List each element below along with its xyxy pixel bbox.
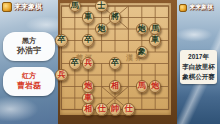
- piece-red-炮[interactable]: 炮: [82, 80, 94, 92]
- app-logo-text: 来来象棋: [189, 3, 213, 12]
- event-cup: 李白故里杯: [182, 62, 215, 72]
- black-player-name: 孙浩宇: [17, 46, 41, 56]
- event-info-box: 2017年 李白故里杯 象棋公开赛: [180, 50, 217, 84]
- piece-black-卒[interactable]: 卒: [55, 34, 67, 46]
- app-logo-icon: [179, 4, 187, 12]
- piece-red-仕[interactable]: 仕: [95, 103, 107, 115]
- piece-red-相[interactable]: 相: [82, 103, 94, 115]
- piece-red-兵[interactable]: 兵: [55, 69, 67, 81]
- piece-red-兵[interactable]: 兵: [82, 57, 94, 69]
- game-screen: 来来象棋 黑方 孙浩宇 红方 曹岩磊 楚河 漢界 馬士車將炮炮馬卒卒車象卒卒兵兵…: [0, 0, 220, 124]
- piece-black-卒[interactable]: 卒: [109, 57, 121, 69]
- piece-red-仕[interactable]: 仕: [122, 103, 134, 115]
- piece-black-將[interactable]: 將: [109, 11, 121, 23]
- app-logo-text: 来来象棋: [14, 2, 42, 12]
- piece-black-卒[interactable]: 卒: [69, 57, 81, 69]
- black-player-bubble: 黑方 孙浩宇: [3, 32, 55, 61]
- piece-black-士[interactable]: 士: [95, 0, 107, 12]
- piece-black-車[interactable]: 車: [149, 34, 161, 46]
- piece-red-帥[interactable]: 帥: [109, 103, 121, 115]
- piece-red-馬[interactable]: 馬: [136, 80, 148, 92]
- piece-black-卒[interactable]: 卒: [82, 34, 94, 46]
- red-player-bubble: 红方 曹岩磊: [3, 67, 55, 96]
- app-logo-small: 来来象棋: [179, 3, 213, 12]
- piece-red-相[interactable]: 相: [109, 80, 121, 92]
- xiangqi-board[interactable]: 楚河 漢界 馬士車將炮炮馬卒卒車象卒卒兵兵炮相馬炮車相仕帥仕: [58, 0, 177, 124]
- app-logo: 来来象棋: [2, 2, 42, 12]
- right-photo-panel: 来来象棋 2017年 李白故里杯 象棋公开赛: [177, 0, 220, 124]
- piece-black-炮[interactable]: 炮: [95, 23, 107, 35]
- red-side-label: 红方: [22, 72, 36, 81]
- piece-black-車[interactable]: 車: [82, 11, 94, 23]
- left-photo-panel: 来来象棋 黑方 孙浩宇 红方 曹岩磊: [0, 0, 58, 124]
- black-side-label: 黑方: [22, 37, 36, 46]
- piece-black-炮[interactable]: 炮: [136, 23, 148, 35]
- app-logo-icon: [2, 2, 12, 12]
- board-surface[interactable]: 楚河 漢界 馬士車將炮炮馬卒卒車象卒卒兵兵炮相馬炮車相仕帥仕: [60, 3, 171, 115]
- red-player-name: 曹岩磊: [17, 81, 41, 91]
- piece-black-象[interactable]: 象: [136, 46, 148, 58]
- event-name: 象棋公开赛: [182, 72, 215, 82]
- piece-red-炮[interactable]: 炮: [149, 80, 161, 92]
- event-year: 2017年: [188, 52, 209, 62]
